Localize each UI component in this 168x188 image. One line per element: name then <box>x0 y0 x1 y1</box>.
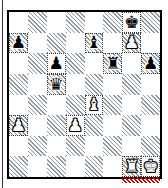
square-a7[interactable]: ♟ <box>9 33 28 54</box>
square-h8[interactable] <box>141 12 160 33</box>
square-c2[interactable] <box>47 136 66 157</box>
square-f2[interactable] <box>103 136 122 157</box>
black-bishop-e7[interactable]: ♝ <box>86 34 101 51</box>
square-g5[interactable] <box>122 74 141 95</box>
square-a8[interactable] <box>9 12 28 33</box>
square-g8[interactable]: ♚ <box>122 12 141 33</box>
square-f3[interactable] <box>103 115 122 136</box>
square-g3[interactable] <box>122 115 141 136</box>
square-c6[interactable]: ♟ <box>47 53 66 74</box>
square-e7[interactable]: ♝ <box>85 33 104 54</box>
square-b7[interactable] <box>28 33 47 54</box>
square-e8[interactable] <box>85 12 104 33</box>
square-e5[interactable] <box>85 74 104 95</box>
square-h7[interactable] <box>141 33 160 54</box>
square-c4[interactable] <box>47 95 66 116</box>
square-e2[interactable] <box>85 136 104 157</box>
black-pawn-h6[interactable]: ♟ <box>143 55 158 72</box>
square-f8[interactable] <box>103 12 122 33</box>
square-c1[interactable] <box>47 156 66 177</box>
black-rook-f6[interactable]: ♜ <box>105 55 120 72</box>
square-e6[interactable] <box>85 53 104 74</box>
square-d6[interactable] <box>66 53 85 74</box>
square-c5[interactable]: ♛ <box>47 74 66 95</box>
white-rook-g1[interactable]: ♜ <box>124 158 139 175</box>
square-f4[interactable] <box>103 95 122 116</box>
square-b6[interactable] <box>28 53 47 74</box>
square-f5[interactable] <box>103 74 122 95</box>
square-d4[interactable] <box>66 95 85 116</box>
square-c7[interactable] <box>47 33 66 54</box>
square-h5[interactable] <box>141 74 160 95</box>
square-a2[interactable] <box>9 136 28 157</box>
square-d2[interactable] <box>66 136 85 157</box>
black-pawn-a7[interactable]: ♟ <box>11 34 26 51</box>
square-a4[interactable] <box>9 95 28 116</box>
square-b1[interactable] <box>28 156 47 177</box>
left-edge-rule <box>2 0 3 188</box>
square-b2[interactable] <box>28 136 47 157</box>
red-underline-annotation <box>122 177 160 183</box>
chessboard: ♚♟♝♟♟♜♟♛♝♟♟♜♚ <box>7 10 162 179</box>
square-b4[interactable] <box>28 95 47 116</box>
square-b3[interactable] <box>28 115 47 136</box>
square-e1[interactable] <box>85 156 104 177</box>
square-g2[interactable] <box>122 136 141 157</box>
square-d3[interactable]: ♟ <box>66 115 85 136</box>
square-a6[interactable] <box>9 53 28 74</box>
black-queen-c5[interactable]: ♛ <box>49 76 64 93</box>
square-f1[interactable] <box>103 156 122 177</box>
square-g1[interactable]: ♜ <box>122 156 141 177</box>
square-f6[interactable]: ♜ <box>103 53 122 74</box>
square-h6[interactable]: ♟ <box>141 53 160 74</box>
square-g7[interactable]: ♟ <box>122 33 141 54</box>
square-c8[interactable] <box>47 12 66 33</box>
square-h1[interactable]: ♚ <box>141 156 160 177</box>
square-a3[interactable]: ♟ <box>9 115 28 136</box>
square-c3[interactable] <box>47 115 66 136</box>
white-bishop-e4[interactable]: ♝ <box>86 96 101 113</box>
square-d7[interactable] <box>66 33 85 54</box>
square-d1[interactable] <box>66 156 85 177</box>
white-pawn-g7[interactable]: ♟ <box>124 34 139 51</box>
square-a1[interactable] <box>9 156 28 177</box>
white-pawn-d3[interactable]: ♟ <box>67 117 82 134</box>
square-g4[interactable] <box>122 95 141 116</box>
white-king-h1[interactable]: ♚ <box>143 158 158 175</box>
square-b5[interactable] <box>28 74 47 95</box>
square-d5[interactable] <box>66 74 85 95</box>
square-g6[interactable] <box>122 53 141 74</box>
square-d8[interactable] <box>66 12 85 33</box>
square-h2[interactable] <box>141 136 160 157</box>
square-f7[interactable] <box>103 33 122 54</box>
square-a5[interactable] <box>9 74 28 95</box>
square-e4[interactable]: ♝ <box>85 95 104 116</box>
square-b8[interactable] <box>28 12 47 33</box>
white-pawn-a3[interactable]: ♟ <box>11 117 26 134</box>
square-h4[interactable] <box>141 95 160 116</box>
chess-diagram-page: ♚♟♝♟♟♜♟♛♝♟♟♜♚ <box>0 0 168 188</box>
square-e3[interactable] <box>85 115 104 136</box>
black-king-g8[interactable]: ♚ <box>124 14 139 31</box>
black-pawn-c6[interactable]: ♟ <box>49 55 64 72</box>
square-h3[interactable] <box>141 115 160 136</box>
